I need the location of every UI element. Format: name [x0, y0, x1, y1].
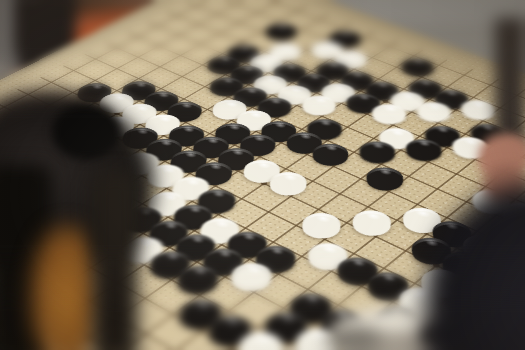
stones-layer: ●●●●●●●●●●●●●●●●●●●●●●●●●●●●●●●●●●●●●●●●…: [0, 0, 525, 350]
black-stone: ●: [260, 21, 303, 42]
go-board: ●●●●●●●●●●●●●●●●●●●●●●●●●●●●●●●●●●●●●●●●…: [0, 0, 525, 350]
black-stone: ●: [359, 163, 410, 192]
gray-pot: [0, 0, 40, 70]
black-stone: ●: [395, 55, 440, 77]
white-stone: ●: [295, 209, 348, 241]
go-game-photo: ●●●●●●●●●●●●●●●●●●●●●●●●●●●●●●●●●●●●●●●●…: [0, 0, 525, 350]
